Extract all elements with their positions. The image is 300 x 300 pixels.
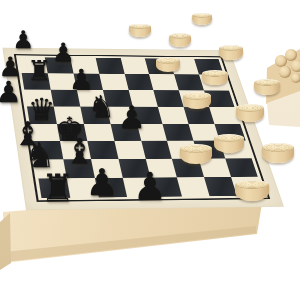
black-pawn[interactable]: ♟ bbox=[117, 102, 145, 133]
wood-checker[interactable] bbox=[129, 24, 150, 37]
wood-checker[interactable] bbox=[262, 143, 294, 163]
black-knight[interactable]: ♞ bbox=[88, 92, 115, 122]
black-rook[interactable]: ♜ bbox=[27, 57, 51, 84]
checker-top bbox=[236, 104, 264, 112]
wood-checker[interactable] bbox=[156, 57, 180, 72]
wood-checker[interactable] bbox=[180, 144, 212, 164]
drawer-spare-piece[interactable] bbox=[279, 66, 291, 78]
checker-top bbox=[156, 57, 180, 64]
black-rook[interactable]: ♜ bbox=[41, 170, 75, 208]
drawer-spare-piece[interactable] bbox=[291, 60, 300, 72]
black-pawn[interactable]: ♟ bbox=[85, 164, 118, 201]
drawer-spare-piece[interactable] bbox=[291, 73, 300, 83]
wood-checker[interactable] bbox=[202, 70, 227, 86]
wood-checker[interactable] bbox=[236, 104, 264, 122]
checker-top bbox=[202, 70, 227, 77]
wood-checker[interactable] bbox=[254, 79, 280, 95]
wood-checker[interactable] bbox=[192, 13, 212, 26]
wood-checker[interactable] bbox=[219, 45, 242, 59]
wood-checker[interactable] bbox=[214, 134, 245, 153]
product-photo-scene: ♟♟♟♜♟♟♞♛♟♝♚♞♝♟♜♟ bbox=[0, 0, 300, 300]
checker-top bbox=[180, 144, 212, 153]
black-pawn[interactable]: ♟ bbox=[12, 28, 34, 52]
wood-checker[interactable] bbox=[169, 33, 191, 47]
wood-checker[interactable] bbox=[235, 180, 270, 202]
checker-top bbox=[254, 79, 280, 86]
checker-top bbox=[183, 92, 210, 99]
black-pawn[interactable]: ♟ bbox=[133, 168, 167, 205]
checker-top bbox=[262, 143, 294, 152]
checker-top bbox=[214, 134, 245, 142]
wood-checker[interactable] bbox=[183, 92, 210, 109]
black-pawn[interactable]: ♟ bbox=[52, 40, 75, 66]
checker-top bbox=[129, 24, 150, 30]
black-pawn[interactable]: ♟ bbox=[0, 78, 21, 107]
square-r6c7[interactable] bbox=[225, 158, 257, 176]
